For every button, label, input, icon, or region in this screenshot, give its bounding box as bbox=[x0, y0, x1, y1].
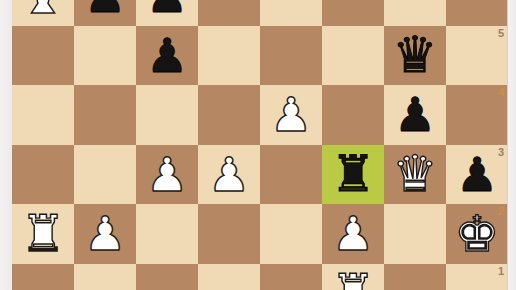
square-d1[interactable] bbox=[198, 264, 260, 290]
piece-white-P-e4[interactable]: ♟ bbox=[260, 85, 322, 145]
square-a6[interactable]: ♝ bbox=[12, 0, 74, 26]
piece-white-B-a6[interactable]: ♝ bbox=[12, 0, 74, 26]
square-b4[interactable] bbox=[74, 85, 136, 145]
piece-black-P-c6[interactable]: ♟ bbox=[136, 0, 198, 26]
piece-black-P-b6[interactable]: ♟ bbox=[74, 0, 136, 26]
piece-white-Q-g3[interactable]: ♛ bbox=[384, 145, 446, 205]
square-h4[interactable]: 4 bbox=[446, 85, 508, 145]
square-c5[interactable]: ♟ bbox=[136, 26, 198, 86]
square-c3[interactable]: ♟ bbox=[136, 145, 198, 205]
piece-black-R-f3[interactable]: ♜ bbox=[322, 145, 384, 205]
square-a3[interactable] bbox=[12, 145, 74, 205]
square-h3[interactable]: ♟3 bbox=[446, 145, 508, 205]
chess-app-screenshot: ♝♟♟♟♛5♟♟4♟♟♜♛♟3♜♟♟♚2♜1 bbox=[0, 0, 516, 290]
page-background-right-strip bbox=[507, 0, 516, 290]
square-g5[interactable]: ♛ bbox=[384, 26, 446, 86]
piece-white-P-b2[interactable]: ♟ bbox=[74, 204, 136, 264]
piece-white-R-a2[interactable]: ♜ bbox=[12, 204, 74, 264]
chess-board: ♝♟♟♟♛5♟♟4♟♟♜♛♟3♜♟♟♚2♜1 bbox=[12, 0, 508, 290]
square-e6[interactable] bbox=[260, 0, 322, 26]
square-e1[interactable] bbox=[260, 264, 322, 290]
square-e2[interactable] bbox=[260, 204, 322, 264]
square-b5[interactable] bbox=[74, 26, 136, 86]
square-d4[interactable] bbox=[198, 85, 260, 145]
square-g6[interactable] bbox=[384, 0, 446, 26]
square-f6[interactable] bbox=[322, 0, 384, 26]
rank-label-1: 1 bbox=[498, 265, 504, 278]
square-f1[interactable]: ♜ bbox=[322, 264, 384, 290]
rank-label-5: 5 bbox=[498, 27, 504, 40]
piece-white-P-f2[interactable]: ♟ bbox=[322, 204, 384, 264]
square-c2[interactable] bbox=[136, 204, 198, 264]
square-a1[interactable] bbox=[12, 264, 74, 290]
piece-black-P-c5[interactable]: ♟ bbox=[136, 26, 198, 86]
piece-black-P-g4[interactable]: ♟ bbox=[384, 85, 446, 145]
square-c6[interactable]: ♟ bbox=[136, 0, 198, 26]
square-h1[interactable]: 1 bbox=[446, 264, 508, 290]
square-a4[interactable] bbox=[12, 85, 74, 145]
square-e4[interactable]: ♟ bbox=[260, 85, 322, 145]
square-c1[interactable] bbox=[136, 264, 198, 290]
square-h6[interactable] bbox=[446, 0, 508, 26]
piece-white-R-f1[interactable]: ♜ bbox=[322, 264, 384, 290]
square-d6[interactable] bbox=[198, 0, 260, 26]
square-b6[interactable]: ♟ bbox=[74, 0, 136, 26]
square-d3[interactable]: ♟ bbox=[198, 145, 260, 205]
square-f3[interactable]: ♜ bbox=[322, 145, 384, 205]
square-f4[interactable] bbox=[322, 85, 384, 145]
square-a2[interactable]: ♜ bbox=[12, 204, 74, 264]
square-c4[interactable] bbox=[136, 85, 198, 145]
square-f2[interactable]: ♟ bbox=[322, 204, 384, 264]
square-g2[interactable] bbox=[384, 204, 446, 264]
square-h5[interactable]: 5 bbox=[446, 26, 508, 86]
square-b2[interactable]: ♟ bbox=[74, 204, 136, 264]
square-g1[interactable] bbox=[384, 264, 446, 290]
square-b1[interactable] bbox=[74, 264, 136, 290]
square-b3[interactable] bbox=[74, 145, 136, 205]
square-f5[interactable] bbox=[322, 26, 384, 86]
square-h2[interactable]: ♚2 bbox=[446, 204, 508, 264]
square-e3[interactable] bbox=[260, 145, 322, 205]
square-g3[interactable]: ♛ bbox=[384, 145, 446, 205]
square-d2[interactable] bbox=[198, 204, 260, 264]
square-d5[interactable] bbox=[198, 26, 260, 86]
square-g4[interactable]: ♟ bbox=[384, 85, 446, 145]
rank-label-4: 4 bbox=[498, 86, 504, 99]
rank-label-3: 3 bbox=[498, 146, 504, 159]
piece-white-P-d3[interactable]: ♟ bbox=[198, 145, 260, 205]
rank-label-2: 2 bbox=[498, 205, 504, 218]
piece-white-P-c3[interactable]: ♟ bbox=[136, 145, 198, 205]
square-e5[interactable] bbox=[260, 26, 322, 86]
square-a5[interactable] bbox=[12, 26, 74, 86]
piece-black-Q-g5[interactable]: ♛ bbox=[384, 26, 446, 86]
